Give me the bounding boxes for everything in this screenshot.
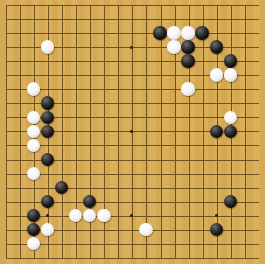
board-point[interactable] (181, 26, 195, 40)
board-point[interactable] (167, 180, 181, 194)
board-point[interactable] (153, 40, 167, 54)
board-point[interactable] (83, 152, 97, 166)
board-point[interactable] (83, 40, 97, 54)
board-point[interactable] (13, 0, 27, 12)
board-point[interactable] (153, 209, 167, 223)
board-point[interactable] (13, 68, 27, 82)
board-point[interactable] (139, 68, 153, 82)
board-point[interactable] (13, 237, 27, 251)
board-point[interactable] (97, 96, 111, 110)
board-point[interactable] (0, 68, 13, 82)
board-point[interactable] (0, 166, 13, 180)
board-point[interactable] (27, 166, 41, 180)
board-point[interactable] (209, 251, 223, 264)
board-point[interactable] (69, 54, 83, 68)
board-point[interactable] (223, 54, 237, 68)
board-point[interactable] (237, 237, 251, 251)
board-point[interactable] (167, 223, 181, 237)
board-point[interactable] (13, 152, 27, 166)
board-point[interactable] (223, 138, 237, 152)
board-point[interactable] (167, 138, 181, 152)
board-point[interactable] (181, 40, 195, 54)
board-point[interactable] (27, 223, 41, 237)
board-point[interactable] (251, 180, 265, 194)
board-point[interactable] (125, 96, 139, 110)
board-point[interactable] (27, 110, 41, 124)
board-point[interactable] (69, 124, 83, 138)
board-point[interactable] (69, 0, 83, 12)
board-point[interactable] (83, 138, 97, 152)
board-point[interactable] (237, 54, 251, 68)
board-point[interactable] (167, 40, 181, 54)
board-point[interactable] (167, 0, 181, 12)
board-point[interactable] (167, 82, 181, 96)
board-point[interactable] (153, 237, 167, 251)
board-point[interactable] (83, 180, 97, 194)
board-point[interactable] (83, 223, 97, 237)
board-point[interactable] (195, 68, 209, 82)
board-point[interactable] (13, 124, 27, 138)
board-point[interactable] (195, 110, 209, 124)
board-point[interactable] (195, 180, 209, 194)
board-point[interactable] (195, 12, 209, 26)
board-point[interactable] (27, 237, 41, 251)
board-point[interactable] (55, 237, 69, 251)
board-point[interactable] (0, 110, 13, 124)
board-point[interactable] (195, 0, 209, 12)
board-point[interactable] (55, 180, 69, 194)
board-point[interactable] (237, 209, 251, 223)
board-point[interactable] (251, 26, 265, 40)
board-point[interactable] (153, 124, 167, 138)
board-point[interactable] (195, 54, 209, 68)
board-point[interactable] (181, 194, 195, 208)
board-point[interactable] (83, 68, 97, 82)
board-point[interactable] (125, 237, 139, 251)
board-point[interactable] (0, 223, 13, 237)
board-point[interactable] (97, 82, 111, 96)
board-point[interactable] (83, 124, 97, 138)
board-point[interactable] (195, 96, 209, 110)
board-point[interactable] (181, 96, 195, 110)
board-point[interactable] (209, 237, 223, 251)
board-point[interactable] (111, 138, 125, 152)
board-point[interactable] (111, 194, 125, 208)
board-point[interactable] (13, 54, 27, 68)
board-point[interactable] (223, 68, 237, 82)
board-point[interactable] (97, 124, 111, 138)
board-point[interactable] (181, 12, 195, 26)
board-point[interactable] (237, 124, 251, 138)
board-point[interactable] (209, 0, 223, 12)
board-point[interactable] (209, 180, 223, 194)
board-point[interactable] (111, 26, 125, 40)
board-point[interactable] (69, 209, 83, 223)
board-point[interactable] (97, 194, 111, 208)
board-point[interactable] (153, 54, 167, 68)
board-point[interactable] (209, 12, 223, 26)
board-point[interactable] (0, 54, 13, 68)
board-point[interactable] (0, 237, 13, 251)
board-point[interactable] (223, 124, 237, 138)
board-point[interactable] (251, 54, 265, 68)
board-point[interactable] (97, 12, 111, 26)
board-point[interactable] (195, 251, 209, 264)
board-point[interactable] (153, 26, 167, 40)
board-point[interactable] (125, 223, 139, 237)
board-point[interactable] (97, 138, 111, 152)
board-point[interactable] (41, 40, 55, 54)
board-point[interactable] (55, 68, 69, 82)
board-point[interactable] (41, 54, 55, 68)
board-point[interactable] (97, 209, 111, 223)
board-point[interactable] (83, 12, 97, 26)
board-point[interactable] (0, 138, 13, 152)
board-point[interactable] (181, 251, 195, 264)
board-point[interactable] (139, 40, 153, 54)
board-point[interactable] (97, 237, 111, 251)
board-point[interactable] (181, 237, 195, 251)
board-point[interactable] (69, 152, 83, 166)
board-point[interactable] (97, 166, 111, 180)
board-point[interactable] (41, 152, 55, 166)
board-point[interactable] (0, 26, 13, 40)
board-point[interactable] (97, 0, 111, 12)
go-board[interactable] (0, 0, 265, 264)
board-point[interactable] (125, 40, 139, 54)
board-point[interactable] (237, 152, 251, 166)
board-point[interactable] (125, 194, 139, 208)
board-point[interactable] (0, 12, 13, 26)
board-point[interactable] (0, 180, 13, 194)
board-point[interactable] (251, 251, 265, 264)
board-point[interactable] (69, 110, 83, 124)
board-point[interactable] (27, 54, 41, 68)
board-point[interactable] (0, 251, 13, 264)
board-point[interactable] (125, 12, 139, 26)
board-point[interactable] (55, 124, 69, 138)
board-point[interactable] (139, 26, 153, 40)
board-point[interactable] (223, 26, 237, 40)
board-point[interactable] (209, 138, 223, 152)
board-point[interactable] (55, 12, 69, 26)
board-point[interactable] (139, 138, 153, 152)
board-point[interactable] (97, 110, 111, 124)
board-point[interactable] (139, 194, 153, 208)
board-point[interactable] (209, 68, 223, 82)
board-point[interactable] (195, 138, 209, 152)
board-point[interactable] (13, 166, 27, 180)
board-point[interactable] (0, 0, 13, 12)
board-point[interactable] (251, 68, 265, 82)
board-point[interactable] (223, 223, 237, 237)
board-point[interactable] (153, 152, 167, 166)
board-point[interactable] (111, 124, 125, 138)
board-point[interactable] (97, 152, 111, 166)
board-point[interactable] (181, 82, 195, 96)
board-point[interactable] (69, 82, 83, 96)
board-point[interactable] (69, 166, 83, 180)
board-point[interactable] (41, 138, 55, 152)
board-point[interactable] (41, 166, 55, 180)
board-point[interactable] (111, 0, 125, 12)
board-point[interactable] (195, 209, 209, 223)
board-point[interactable] (83, 54, 97, 68)
board-point[interactable] (139, 237, 153, 251)
board-point[interactable] (27, 138, 41, 152)
board-point[interactable] (167, 152, 181, 166)
board-point[interactable] (251, 110, 265, 124)
board-point[interactable] (27, 152, 41, 166)
board-point[interactable] (83, 237, 97, 251)
board-point[interactable] (27, 0, 41, 12)
board-point[interactable] (111, 180, 125, 194)
board-point[interactable] (153, 251, 167, 264)
board-point[interactable] (55, 0, 69, 12)
board-point[interactable] (237, 223, 251, 237)
board-point[interactable] (41, 180, 55, 194)
board-point[interactable] (237, 96, 251, 110)
board-point[interactable] (111, 82, 125, 96)
board-point[interactable] (13, 180, 27, 194)
board-point[interactable] (111, 54, 125, 68)
board-point[interactable] (209, 209, 223, 223)
board-point[interactable] (209, 96, 223, 110)
board-point[interactable] (153, 180, 167, 194)
board-point[interactable] (223, 12, 237, 26)
board-point[interactable] (55, 96, 69, 110)
board-point[interactable] (223, 251, 237, 264)
board-point[interactable] (55, 110, 69, 124)
board-point[interactable] (13, 40, 27, 54)
board-point[interactable] (97, 68, 111, 82)
board-point[interactable] (97, 180, 111, 194)
board-point[interactable] (223, 237, 237, 251)
board-point[interactable] (125, 68, 139, 82)
board-point[interactable] (167, 194, 181, 208)
board-point[interactable] (223, 0, 237, 12)
board-point[interactable] (251, 40, 265, 54)
board-point[interactable] (251, 124, 265, 138)
board-point[interactable] (69, 194, 83, 208)
board-point[interactable] (27, 68, 41, 82)
board-point[interactable] (41, 68, 55, 82)
board-point[interactable] (251, 12, 265, 26)
board-point[interactable] (83, 82, 97, 96)
board-point[interactable] (153, 96, 167, 110)
board-point[interactable] (83, 166, 97, 180)
board-point[interactable] (181, 68, 195, 82)
board-point[interactable] (111, 12, 125, 26)
board-point[interactable] (223, 82, 237, 96)
board-point[interactable] (167, 68, 181, 82)
board-point[interactable] (153, 0, 167, 12)
board-point[interactable] (27, 124, 41, 138)
board-point[interactable] (69, 251, 83, 264)
board-point[interactable] (237, 251, 251, 264)
board-point[interactable] (27, 251, 41, 264)
board-point[interactable] (0, 40, 13, 54)
board-point[interactable] (55, 152, 69, 166)
board-point[interactable] (125, 110, 139, 124)
board-point[interactable] (69, 138, 83, 152)
board-point[interactable] (13, 26, 27, 40)
board-point[interactable] (167, 251, 181, 264)
board-point[interactable] (83, 194, 97, 208)
board-point[interactable] (237, 0, 251, 12)
board-point[interactable] (237, 194, 251, 208)
board-point[interactable] (209, 124, 223, 138)
board-point[interactable] (167, 110, 181, 124)
board-point[interactable] (209, 26, 223, 40)
board-point[interactable] (41, 223, 55, 237)
board-point[interactable] (237, 180, 251, 194)
board-point[interactable] (41, 12, 55, 26)
board-point[interactable] (139, 166, 153, 180)
board-point[interactable] (237, 68, 251, 82)
board-point[interactable] (55, 166, 69, 180)
board-point[interactable] (41, 26, 55, 40)
board-point[interactable] (0, 194, 13, 208)
board-point[interactable] (139, 82, 153, 96)
board-point[interactable] (181, 209, 195, 223)
board-point[interactable] (111, 40, 125, 54)
board-point[interactable] (209, 110, 223, 124)
board-point[interactable] (41, 124, 55, 138)
board-point[interactable] (139, 223, 153, 237)
board-point[interactable] (251, 96, 265, 110)
board-point[interactable] (139, 251, 153, 264)
board-point[interactable] (69, 26, 83, 40)
board-point[interactable] (27, 40, 41, 54)
board-point[interactable] (167, 209, 181, 223)
board-point[interactable] (125, 26, 139, 40)
board-point[interactable] (55, 138, 69, 152)
board-point[interactable] (237, 166, 251, 180)
board-point[interactable] (223, 194, 237, 208)
board-point[interactable] (195, 237, 209, 251)
board-point[interactable] (83, 110, 97, 124)
board-point[interactable] (209, 223, 223, 237)
board-point[interactable] (27, 82, 41, 96)
board-point[interactable] (209, 54, 223, 68)
board-point[interactable] (251, 138, 265, 152)
board-point[interactable] (167, 124, 181, 138)
board-point[interactable] (181, 180, 195, 194)
board-point[interactable] (181, 54, 195, 68)
board-point[interactable] (195, 82, 209, 96)
board-point[interactable] (111, 96, 125, 110)
board-point[interactable] (13, 194, 27, 208)
board-point[interactable] (167, 26, 181, 40)
board-point[interactable] (83, 251, 97, 264)
board-point[interactable] (69, 68, 83, 82)
board-point[interactable] (125, 152, 139, 166)
board-point[interactable] (139, 124, 153, 138)
board-point[interactable] (237, 12, 251, 26)
board-point[interactable] (41, 82, 55, 96)
board-point[interactable] (97, 54, 111, 68)
board-point[interactable] (27, 96, 41, 110)
board-point[interactable] (195, 166, 209, 180)
board-point[interactable] (153, 166, 167, 180)
board-point[interactable] (251, 194, 265, 208)
board-point[interactable] (55, 209, 69, 223)
board-point[interactable] (195, 40, 209, 54)
board-point[interactable] (209, 40, 223, 54)
board-point[interactable] (111, 251, 125, 264)
board-point[interactable] (13, 209, 27, 223)
board-point[interactable] (153, 138, 167, 152)
board-point[interactable] (125, 82, 139, 96)
board-point[interactable] (139, 54, 153, 68)
board-point[interactable] (223, 40, 237, 54)
board-point[interactable] (181, 138, 195, 152)
board-point[interactable] (69, 223, 83, 237)
board-point[interactable] (237, 82, 251, 96)
board-point[interactable] (97, 40, 111, 54)
board-point[interactable] (153, 110, 167, 124)
board-point[interactable] (167, 237, 181, 251)
board-point[interactable] (69, 237, 83, 251)
board-point[interactable] (41, 0, 55, 12)
board-point[interactable] (55, 26, 69, 40)
board-point[interactable] (111, 152, 125, 166)
board-point[interactable] (153, 223, 167, 237)
board-point[interactable] (209, 82, 223, 96)
board-point[interactable] (111, 223, 125, 237)
board-point[interactable] (83, 0, 97, 12)
board-point[interactable] (55, 251, 69, 264)
board-point[interactable] (111, 209, 125, 223)
board-point[interactable] (111, 237, 125, 251)
board-point[interactable] (167, 166, 181, 180)
board-point[interactable] (209, 152, 223, 166)
board-point[interactable] (97, 26, 111, 40)
board-point[interactable] (195, 223, 209, 237)
board-point[interactable] (83, 26, 97, 40)
board-point[interactable] (0, 96, 13, 110)
board-point[interactable] (139, 0, 153, 12)
board-point[interactable] (153, 12, 167, 26)
board-point[interactable] (223, 152, 237, 166)
board-point[interactable] (251, 152, 265, 166)
board-point[interactable] (237, 40, 251, 54)
board-point[interactable] (111, 110, 125, 124)
board-point[interactable] (13, 110, 27, 124)
board-point[interactable] (251, 166, 265, 180)
board-point[interactable] (139, 209, 153, 223)
board-point[interactable] (181, 166, 195, 180)
board-point[interactable] (223, 209, 237, 223)
board-point[interactable] (41, 110, 55, 124)
board-point[interactable] (27, 180, 41, 194)
board-point[interactable] (125, 251, 139, 264)
board-point[interactable] (223, 110, 237, 124)
board-point[interactable] (139, 152, 153, 166)
board-point[interactable] (139, 12, 153, 26)
board-point[interactable] (125, 180, 139, 194)
board-point[interactable] (251, 82, 265, 96)
board-point[interactable] (55, 54, 69, 68)
board-point[interactable] (195, 124, 209, 138)
board-point[interactable] (181, 0, 195, 12)
board-point[interactable] (153, 194, 167, 208)
board-point[interactable] (69, 40, 83, 54)
board-point[interactable] (223, 166, 237, 180)
board-point[interactable] (237, 138, 251, 152)
board-point[interactable] (237, 26, 251, 40)
